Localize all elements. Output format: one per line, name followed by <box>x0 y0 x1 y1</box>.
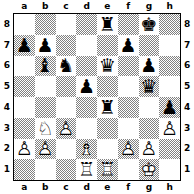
square-d4[interactable] <box>76 97 97 118</box>
square-f5[interactable] <box>118 76 139 97</box>
piece-white-rook-fill: ♜ <box>76 159 97 180</box>
rank-label-7: 7 <box>181 35 194 56</box>
square-f7[interactable]: ♟ <box>118 35 139 56</box>
rank-label-7: 7 <box>0 35 13 56</box>
chess-board-diagram: abcdefgh 87654321 87654321 abcdefgh ♜♚♟♟… <box>0 0 194 194</box>
piece-white-rook-fill: ♜ <box>97 159 118 180</box>
rank-label-5: 5 <box>0 76 13 97</box>
square-g3[interactable] <box>139 118 160 139</box>
square-f3[interactable] <box>118 118 139 139</box>
piece-white-rook: ♖ <box>76 159 97 180</box>
square-a1[interactable] <box>14 159 35 180</box>
rank-labels-left: 87654321 <box>0 14 13 180</box>
piece-white-pawn-fill: ♟ <box>159 118 180 139</box>
piece-black-queen: ♛ <box>139 76 160 97</box>
square-a4[interactable] <box>14 97 35 118</box>
file-label-f: f <box>118 0 139 13</box>
file-label-e: e <box>97 0 118 13</box>
square-c2[interactable] <box>56 139 77 160</box>
chess-board: ♜♚♟♟♟♝♞♛♟♟♛♜♟♞♘♟♙♟♙♟♙♟♙♝♗♟♙♟♙♜♖♜♖♚♔ <box>13 13 181 181</box>
square-f6[interactable] <box>118 56 139 77</box>
square-a2[interactable]: ♟♙ <box>14 139 35 160</box>
rank-label-2: 2 <box>0 139 13 160</box>
square-d1[interactable]: ♜♖ <box>76 159 97 180</box>
rank-label-3: 3 <box>0 118 13 139</box>
square-f2[interactable]: ♟♙ <box>118 139 139 160</box>
square-h3[interactable]: ♟♙ <box>159 118 180 139</box>
file-label-e: e <box>97 181 118 194</box>
square-e2[interactable] <box>97 139 118 160</box>
square-d5[interactable]: ♟ <box>76 76 97 97</box>
rank-label-8: 8 <box>181 14 194 35</box>
piece-white-pawn-fill: ♟ <box>118 139 139 160</box>
file-labels-top: abcdefgh <box>14 0 180 13</box>
square-h1[interactable] <box>159 159 180 180</box>
file-label-a: a <box>14 0 35 13</box>
piece-white-pawn: ♙ <box>118 139 139 160</box>
square-d6[interactable] <box>76 56 97 77</box>
piece-black-pawn: ♟ <box>159 97 180 118</box>
piece-white-pawn-fill: ♟ <box>56 118 77 139</box>
piece-white-bishop-fill: ♝ <box>76 139 97 160</box>
file-labels-bottom: abcdefgh <box>14 181 180 194</box>
square-c4[interactable] <box>56 97 77 118</box>
rank-label-4: 4 <box>0 97 13 118</box>
square-c7[interactable] <box>56 35 77 56</box>
square-g1[interactable]: ♚♔ <box>139 159 160 180</box>
square-d7[interactable] <box>76 35 97 56</box>
square-f1[interactable] <box>118 159 139 180</box>
rank-label-6: 6 <box>0 56 13 77</box>
piece-black-pawn: ♟ <box>35 35 56 56</box>
piece-white-pawn-fill: ♟ <box>35 139 56 160</box>
piece-black-queen: ♛ <box>97 56 118 77</box>
square-a3[interactable] <box>14 118 35 139</box>
square-a6[interactable] <box>14 56 35 77</box>
piece-black-bishop: ♝ <box>35 56 56 77</box>
square-h8[interactable] <box>159 14 180 35</box>
rank-label-5: 5 <box>181 76 194 97</box>
square-b7[interactable]: ♟ <box>35 35 56 56</box>
file-label-d: d <box>76 181 97 194</box>
square-d3[interactable] <box>76 118 97 139</box>
square-g4[interactable] <box>139 97 160 118</box>
square-e5[interactable] <box>97 76 118 97</box>
piece-white-pawn: ♙ <box>14 139 35 160</box>
piece-white-pawn-fill: ♟ <box>14 139 35 160</box>
piece-black-rook: ♜ <box>97 97 118 118</box>
rank-label-1: 1 <box>0 159 13 180</box>
file-label-h: h <box>159 181 180 194</box>
piece-white-pawn: ♙ <box>35 139 56 160</box>
file-label-c: c <box>56 0 77 13</box>
square-a8[interactable] <box>14 14 35 35</box>
square-b2[interactable]: ♟♙ <box>35 139 56 160</box>
piece-white-pawn-fill: ♟ <box>139 139 160 160</box>
piece-white-rook: ♖ <box>97 159 118 180</box>
piece-black-pawn: ♟ <box>118 35 139 56</box>
file-label-b: b <box>35 181 56 194</box>
square-c8[interactable] <box>56 14 77 35</box>
square-b1[interactable] <box>35 159 56 180</box>
rank-label-3: 3 <box>181 118 194 139</box>
file-label-g: g <box>139 181 160 194</box>
piece-black-king: ♚ <box>139 14 160 35</box>
file-label-a: a <box>14 181 35 194</box>
square-e4[interactable]: ♜ <box>97 97 118 118</box>
file-label-h: h <box>159 0 180 13</box>
square-e6[interactable]: ♛ <box>97 56 118 77</box>
piece-black-knight: ♞ <box>56 56 77 77</box>
file-label-c: c <box>56 181 77 194</box>
square-b8[interactable] <box>35 14 56 35</box>
piece-white-knight-fill: ♞ <box>35 118 56 139</box>
file-label-b: b <box>35 0 56 13</box>
square-a5[interactable] <box>14 76 35 97</box>
file-label-d: d <box>76 0 97 13</box>
square-e7[interactable] <box>97 35 118 56</box>
piece-black-pawn: ♟ <box>139 56 160 77</box>
rank-labels-right: 87654321 <box>181 14 194 180</box>
rank-label-4: 4 <box>181 97 194 118</box>
square-f4[interactable] <box>118 97 139 118</box>
square-e8[interactable]: ♜ <box>97 14 118 35</box>
square-d8[interactable] <box>76 14 97 35</box>
piece-white-bishop: ♗ <box>76 139 97 160</box>
piece-white-pawn: ♙ <box>159 118 180 139</box>
square-c1[interactable] <box>56 159 77 180</box>
square-b6[interactable]: ♝ <box>35 56 56 77</box>
square-h2[interactable] <box>159 139 180 160</box>
square-c5[interactable] <box>56 76 77 97</box>
square-f8[interactable] <box>118 14 139 35</box>
square-c3[interactable]: ♟♙ <box>56 118 77 139</box>
square-h4[interactable]: ♟ <box>159 97 180 118</box>
piece-white-pawn: ♙ <box>56 118 77 139</box>
square-g5[interactable]: ♛ <box>139 76 160 97</box>
piece-white-king-fill: ♚ <box>139 159 160 180</box>
square-e1[interactable]: ♜♖ <box>97 159 118 180</box>
square-d2[interactable]: ♝♗ <box>76 139 97 160</box>
square-c6[interactable]: ♞ <box>56 56 77 77</box>
piece-black-pawn: ♟ <box>14 35 35 56</box>
file-label-f: f <box>118 181 139 194</box>
square-g7[interactable] <box>139 35 160 56</box>
square-g8[interactable]: ♚ <box>139 14 160 35</box>
square-e3[interactable] <box>97 118 118 139</box>
square-b3[interactable]: ♞♘ <box>35 118 56 139</box>
square-h6[interactable] <box>159 56 180 77</box>
rank-label-1: 1 <box>181 159 194 180</box>
rank-label-2: 2 <box>181 139 194 160</box>
piece-white-king: ♔ <box>139 159 160 180</box>
square-g6[interactable]: ♟ <box>139 56 160 77</box>
rank-label-6: 6 <box>181 56 194 77</box>
piece-black-pawn: ♟ <box>76 76 97 97</box>
piece-white-knight: ♘ <box>35 118 56 139</box>
square-a7[interactable]: ♟ <box>14 35 35 56</box>
piece-black-rook: ♜ <box>97 14 118 35</box>
piece-white-pawn: ♙ <box>139 139 160 160</box>
square-b4[interactable] <box>35 97 56 118</box>
square-g2[interactable]: ♟♙ <box>139 139 160 160</box>
rank-label-8: 8 <box>0 14 13 35</box>
square-h5[interactable] <box>159 76 180 97</box>
square-b5[interactable] <box>35 76 56 97</box>
file-label-g: g <box>139 0 160 13</box>
square-h7[interactable] <box>159 35 180 56</box>
